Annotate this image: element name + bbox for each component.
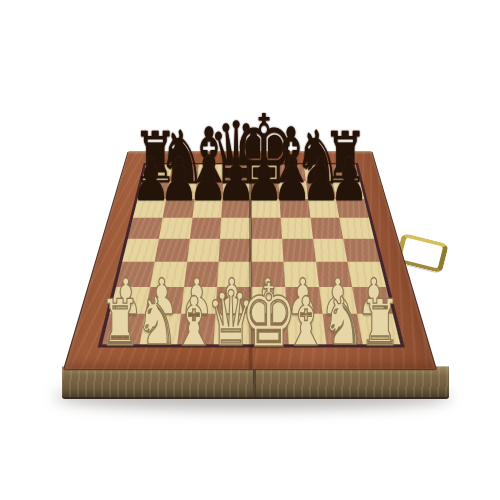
- piece-black-pawn[interactable]: ♟: [330, 149, 369, 209]
- piece-white-rook[interactable]: ♜: [99, 291, 140, 355]
- pieces-layer: ♜♞♝♛♚♝♞♜♟♟♟♟♟♟♟♟♟♟♟♟♟♟♟♟♜♞♝♛♚♝♞♜: [0, 0, 500, 500]
- chess-set-photo: ♜♞♝♛♚♝♞♜♟♟♟♟♟♟♟♟♟♟♟♟♟♟♟♟♜♞♝♛♚♝♞♜: [0, 0, 500, 500]
- piece-white-knight[interactable]: ♞: [322, 289, 365, 355]
- piece-white-rook[interactable]: ♜: [360, 291, 401, 355]
